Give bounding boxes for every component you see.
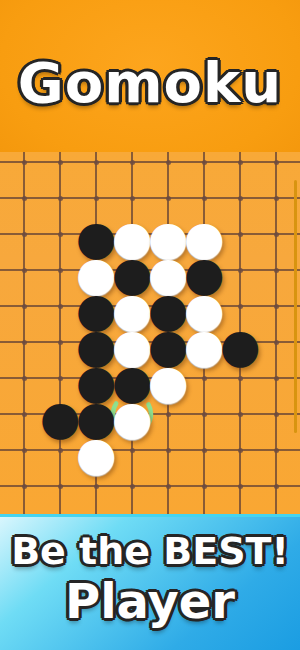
board-cell[interactable] xyxy=(186,468,222,504)
last-move-ring xyxy=(109,391,155,437)
board-cell[interactable]: ● xyxy=(186,216,222,252)
black-stone: ● xyxy=(78,219,114,255)
board-cell[interactable] xyxy=(78,144,114,180)
board-cell[interactable] xyxy=(42,324,78,360)
black-stone: ● xyxy=(78,327,114,363)
board-cell[interactable] xyxy=(258,468,294,504)
board-cell[interactable] xyxy=(258,324,294,360)
board-cell[interactable]: ● xyxy=(78,216,114,252)
white-stone: ● xyxy=(186,327,222,363)
board-cell[interactable] xyxy=(42,144,78,180)
board-cell[interactable]: ● xyxy=(114,288,150,324)
white-stone: ● xyxy=(150,363,186,399)
board-cell[interactable] xyxy=(42,288,78,324)
tagline-line1: Be the BEST! xyxy=(0,517,300,572)
board-cell[interactable] xyxy=(186,396,222,432)
white-stone: ● xyxy=(186,219,222,255)
board-cell[interactable] xyxy=(222,216,258,252)
board-cell[interactable]: ● xyxy=(114,216,150,252)
white-stone: ● xyxy=(78,255,114,291)
black-stone: ● xyxy=(150,291,186,327)
board-cell[interactable]: ● xyxy=(78,432,114,468)
board-cell[interactable]: ● xyxy=(42,396,78,432)
board-cell[interactable]: ● xyxy=(150,288,186,324)
board-cell[interactable] xyxy=(150,396,186,432)
board-cell[interactable]: ● xyxy=(222,324,258,360)
app-screenshot: Gomoku ●●●●●●●●●●●●●●●●●●●●●●●● Be the B… xyxy=(0,0,300,650)
board-cell[interactable] xyxy=(258,252,294,288)
board-cell[interactable] xyxy=(222,144,258,180)
black-stone: ● xyxy=(114,255,150,291)
board-cell[interactable] xyxy=(186,360,222,396)
white-stone: ● xyxy=(186,291,222,327)
board-cell[interactable]: ● xyxy=(78,288,114,324)
black-stone: ● xyxy=(186,255,222,291)
board-cell[interactable] xyxy=(222,432,258,468)
board-cell[interactable]: ● xyxy=(186,288,222,324)
tagline-line2: Player xyxy=(0,572,300,628)
board-cell[interactable] xyxy=(258,144,294,180)
board-cell[interactable] xyxy=(186,144,222,180)
white-stone: ● xyxy=(114,291,150,327)
board-cell[interactable] xyxy=(78,468,114,504)
board-cell[interactable] xyxy=(150,180,186,216)
board-cell[interactable] xyxy=(150,432,186,468)
board-cell[interactable]: ● xyxy=(78,252,114,288)
app-title: Gomoku xyxy=(18,41,282,111)
board-cell[interactable] xyxy=(6,468,42,504)
board-cell[interactable] xyxy=(6,216,42,252)
white-stone: ● xyxy=(150,255,186,291)
scroll-indicator[interactable] xyxy=(294,180,297,433)
board-cell[interactable] xyxy=(114,468,150,504)
white-stone: ● xyxy=(114,327,150,363)
board-cell[interactable]: ● xyxy=(186,324,222,360)
board-cell[interactable] xyxy=(186,432,222,468)
board-cell[interactable] xyxy=(42,432,78,468)
board-cell[interactable] xyxy=(258,396,294,432)
black-stone: ● xyxy=(42,399,78,435)
board-cell[interactable]: ● xyxy=(150,216,186,252)
white-stone: ● xyxy=(78,435,114,471)
board-cell[interactable]: ● xyxy=(78,324,114,360)
black-stone: ● xyxy=(150,327,186,363)
board-cell[interactable] xyxy=(6,252,42,288)
board-cell[interactable] xyxy=(114,144,150,180)
white-stone: ● xyxy=(114,219,150,255)
board-cell[interactable] xyxy=(114,180,150,216)
board-cell[interactable] xyxy=(258,360,294,396)
board-cell[interactable]: ● xyxy=(114,396,150,432)
board-cell[interactable] xyxy=(258,432,294,468)
board-cell[interactable]: ● xyxy=(186,252,222,288)
board-cell[interactable] xyxy=(42,468,78,504)
board-cell[interactable] xyxy=(222,360,258,396)
board-stone-grid: ●●●●●●●●●●●●●●●●●●●●●●●● xyxy=(6,144,294,504)
board-cell[interactable] xyxy=(222,252,258,288)
board-cell[interactable] xyxy=(222,288,258,324)
board-cell[interactable] xyxy=(6,396,42,432)
board-cell[interactable] xyxy=(6,144,42,180)
board-cell[interactable] xyxy=(114,432,150,468)
board-cell[interactable] xyxy=(78,180,114,216)
board-cell[interactable] xyxy=(222,180,258,216)
board-cell[interactable] xyxy=(42,180,78,216)
board-cell[interactable]: ● xyxy=(114,252,150,288)
board-cell[interactable] xyxy=(258,180,294,216)
board-cell[interactable]: ● xyxy=(150,324,186,360)
board-cell[interactable] xyxy=(42,252,78,288)
board-cell[interactable] xyxy=(42,360,78,396)
board-cell[interactable] xyxy=(186,180,222,216)
board-cell[interactable] xyxy=(222,468,258,504)
board-cell[interactable] xyxy=(258,216,294,252)
board-cell[interactable] xyxy=(150,468,186,504)
header-banner: Gomoku xyxy=(0,0,300,152)
board-cell[interactable]: ● xyxy=(114,324,150,360)
board-cell[interactable] xyxy=(6,288,42,324)
board-cell[interactable] xyxy=(6,324,42,360)
board-cell[interactable] xyxy=(222,396,258,432)
black-stone: ● xyxy=(222,327,258,363)
black-stone: ● xyxy=(78,291,114,327)
white-stone: ● xyxy=(150,219,186,255)
board-cell[interactable] xyxy=(6,432,42,468)
board-cell[interactable] xyxy=(150,144,186,180)
board-cell[interactable] xyxy=(42,216,78,252)
board-cell[interactable] xyxy=(6,360,42,396)
board-cell[interactable] xyxy=(258,288,294,324)
board-cell[interactable]: ● xyxy=(150,360,186,396)
board-cell[interactable]: ● xyxy=(150,252,186,288)
footer-banner: Be the BEST! Player xyxy=(0,514,300,650)
board-cell[interactable] xyxy=(6,180,42,216)
